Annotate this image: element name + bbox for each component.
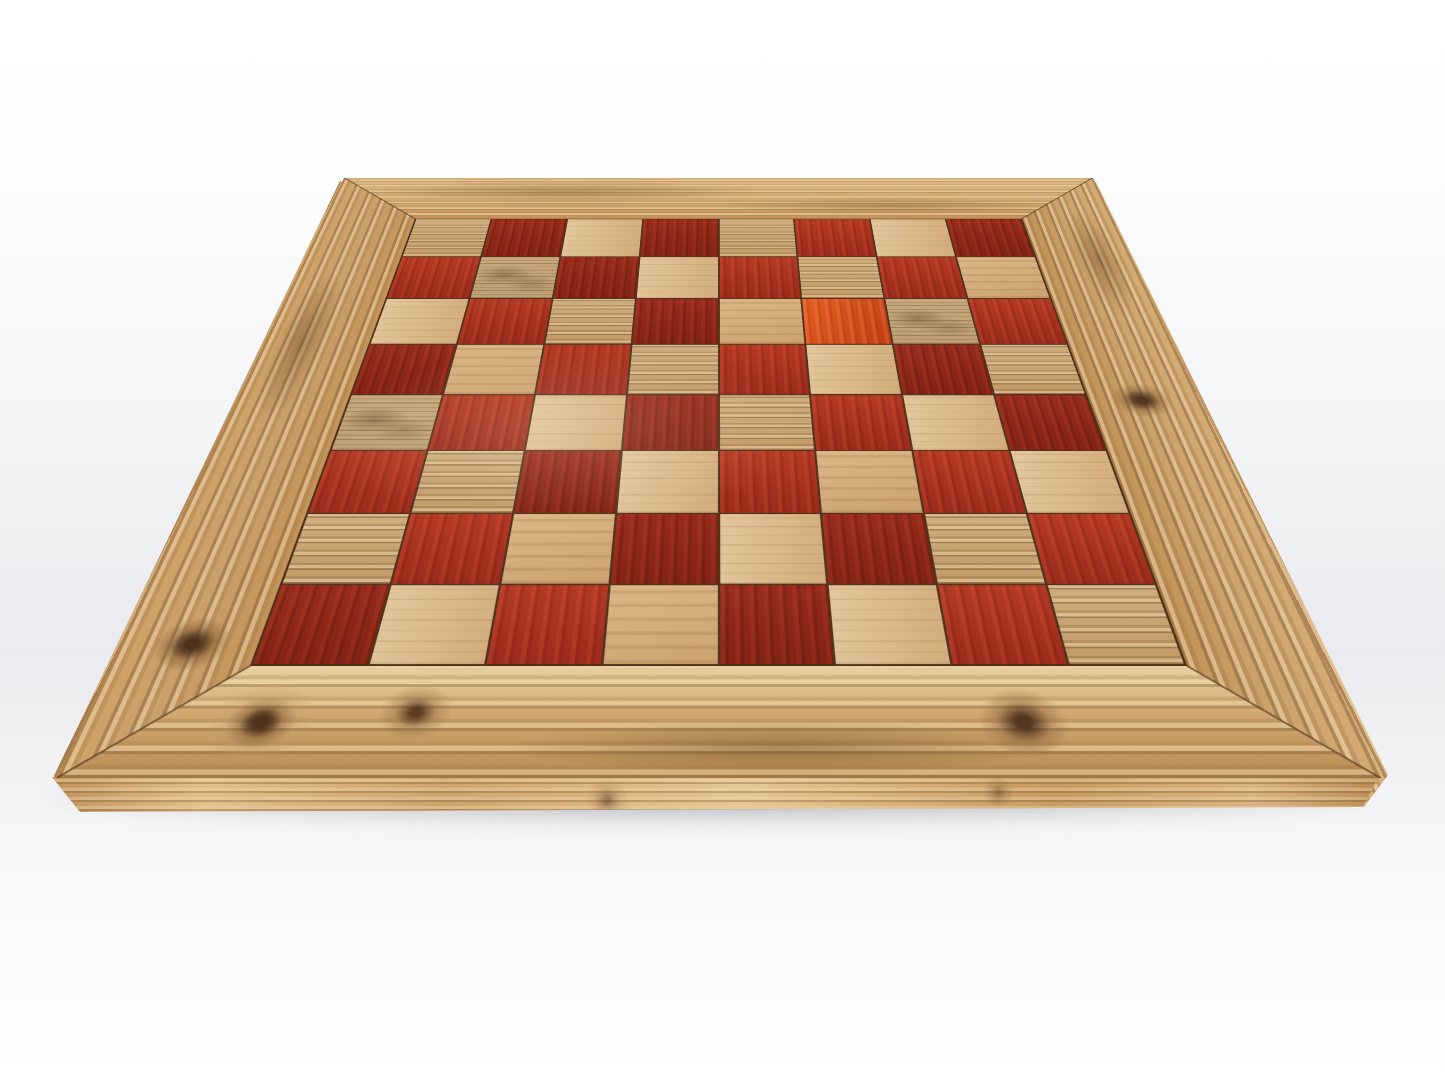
square-d5[interactable] [628, 344, 718, 393]
square-c8[interactable] [561, 219, 642, 256]
square-f3[interactable] [817, 451, 923, 513]
square-e5[interactable] [719, 344, 809, 393]
square-e4[interactable] [720, 395, 815, 450]
square-d2[interactable] [610, 514, 717, 583]
square-c6[interactable] [545, 299, 634, 344]
square-a6[interactable] [371, 299, 469, 344]
square-f7[interactable] [799, 257, 884, 298]
square-h6[interactable] [969, 299, 1067, 344]
square-e3[interactable] [720, 451, 821, 513]
square-h7[interactable] [957, 257, 1049, 298]
square-f6[interactable] [802, 299, 891, 344]
square-c2[interactable] [501, 514, 614, 583]
square-d1[interactable] [603, 585, 717, 664]
square-g2[interactable] [925, 514, 1045, 583]
square-b2[interactable] [392, 514, 512, 583]
square-d6[interactable] [632, 299, 717, 344]
square-d3[interactable] [617, 451, 718, 513]
square-g4[interactable] [903, 395, 1008, 450]
square-g6[interactable] [886, 299, 980, 344]
square-b3[interactable] [411, 451, 523, 513]
square-g7[interactable] [878, 257, 967, 298]
square-d8[interactable] [640, 219, 717, 256]
square-g3[interactable] [914, 451, 1026, 513]
square-f1[interactable] [829, 585, 950, 664]
square-c4[interactable] [526, 395, 626, 450]
square-c5[interactable] [536, 344, 630, 393]
square-g1[interactable] [939, 585, 1068, 664]
square-a8[interactable] [403, 219, 491, 256]
square-e2[interactable] [720, 514, 827, 583]
square-h8[interactable] [947, 219, 1035, 256]
square-g5[interactable] [894, 344, 993, 393]
square-a7[interactable] [387, 257, 479, 298]
square-b5[interactable] [444, 344, 543, 393]
photo-background [0, 0, 1445, 1084]
square-e1[interactable] [720, 585, 834, 664]
square-e6[interactable] [719, 299, 804, 344]
square-f5[interactable] [807, 344, 901, 393]
square-f8[interactable] [795, 219, 876, 256]
square-b1[interactable] [370, 585, 499, 664]
square-f4[interactable] [811, 395, 911, 450]
square-d4[interactable] [623, 395, 718, 450]
square-c1[interactable] [486, 585, 607, 664]
square-b4[interactable] [429, 395, 534, 450]
square-a5[interactable] [352, 344, 456, 393]
square-h5[interactable] [981, 344, 1085, 393]
miter-seam-top-left [324, 178, 432, 220]
miter-seam-top-right [1005, 178, 1113, 220]
chess-board [56, 178, 1381, 779]
checkerboard [253, 219, 1184, 664]
square-c3[interactable] [514, 451, 620, 513]
square-b6[interactable] [458, 299, 552, 344]
square-c7[interactable] [553, 257, 638, 298]
square-e8[interactable] [719, 219, 796, 256]
square-e7[interactable] [719, 257, 800, 298]
square-a4[interactable] [332, 395, 442, 450]
square-b7[interactable] [470, 257, 559, 298]
square-b8[interactable] [482, 219, 566, 256]
square-g8[interactable] [871, 219, 955, 256]
square-d7[interactable] [636, 257, 717, 298]
square-f2[interactable] [823, 514, 936, 583]
